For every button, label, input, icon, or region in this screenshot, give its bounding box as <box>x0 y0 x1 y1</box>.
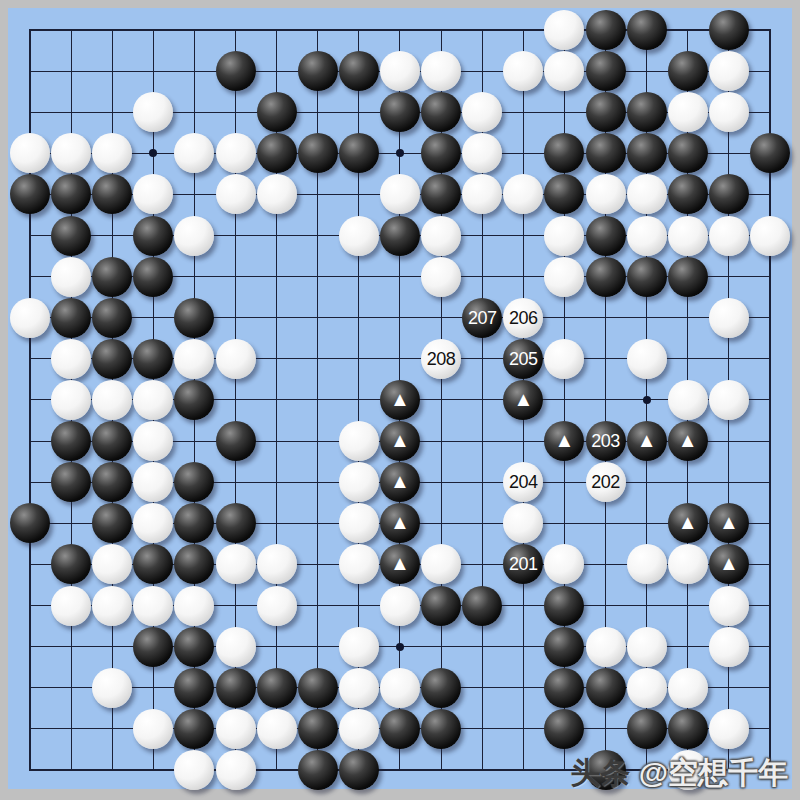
white-stone <box>174 133 214 173</box>
white-stone <box>257 544 297 584</box>
triangle-mark-icon: ▲ <box>555 430 575 450</box>
white-stone <box>544 10 584 50</box>
white-stone <box>216 174 256 214</box>
black-stone <box>298 133 338 173</box>
white-stone <box>668 92 708 132</box>
white-stone <box>380 51 420 91</box>
triangle-mark-icon: ▲ <box>390 512 410 532</box>
white-stone <box>133 421 173 461</box>
white-stone: 204 <box>503 462 543 502</box>
black-stone <box>339 750 379 790</box>
black-stone <box>668 257 708 297</box>
white-stone <box>668 544 708 584</box>
white-stone <box>503 51 543 91</box>
black-stone <box>709 10 749 50</box>
white-stone <box>544 51 584 91</box>
black-stone: 201 <box>503 544 543 584</box>
black-stone <box>298 750 338 790</box>
white-stone <box>10 133 50 173</box>
black-stone <box>51 298 91 338</box>
black-stone: ▲ <box>709 544 749 584</box>
black-stone <box>586 92 626 132</box>
white-stone <box>51 257 91 297</box>
triangle-mark-icon: ▲ <box>390 553 410 573</box>
black-stone <box>380 709 420 749</box>
white-stone <box>339 421 379 461</box>
black-stone <box>462 586 502 626</box>
white-stone <box>133 174 173 214</box>
white-stone <box>339 462 379 502</box>
white-stone <box>339 668 379 708</box>
black-stone <box>51 544 91 584</box>
white-stone: 208 <box>421 339 461 379</box>
go-diagram-screenshot: 207206208205▲▲▲▲203▲▲▲204202▲▲▲▲201▲ 头条 … <box>0 0 800 800</box>
white-stone: 206 <box>503 298 543 338</box>
white-stone <box>133 92 173 132</box>
black-stone <box>92 174 132 214</box>
watermark-site: 头条 <box>570 756 630 789</box>
black-stone: ▲ <box>709 503 749 543</box>
black-stone <box>10 174 50 214</box>
black-stone <box>133 216 173 256</box>
black-stone <box>709 174 749 214</box>
white-stone <box>133 709 173 749</box>
white-stone <box>51 339 91 379</box>
black-stone <box>133 257 173 297</box>
black-stone: 203 <box>586 421 626 461</box>
move-number-label: 204 <box>509 473 538 491</box>
black-stone: ▲ <box>627 421 667 461</box>
black-stone <box>421 668 461 708</box>
black-stone <box>380 92 420 132</box>
black-stone: ▲ <box>668 421 708 461</box>
white-stone <box>339 544 379 584</box>
black-stone <box>92 503 132 543</box>
white-stone <box>216 709 256 749</box>
move-number-label: 206 <box>509 309 538 327</box>
white-stone <box>668 380 708 420</box>
white-stone <box>216 627 256 667</box>
move-number-label: 205 <box>509 350 538 368</box>
white-stone <box>627 627 667 667</box>
white-stone <box>339 709 379 749</box>
white-stone <box>668 216 708 256</box>
black-stone <box>627 257 667 297</box>
white-stone <box>421 51 461 91</box>
white-stone <box>503 503 543 543</box>
move-number-label: 207 <box>468 309 497 327</box>
black-stone <box>51 216 91 256</box>
black-stone: ▲ <box>544 421 584 461</box>
white-stone <box>257 709 297 749</box>
white-stone <box>380 586 420 626</box>
black-stone <box>750 133 790 173</box>
white-stone <box>627 668 667 708</box>
star-point <box>643 396 651 404</box>
white-stone <box>174 750 214 790</box>
black-stone <box>668 51 708 91</box>
black-stone <box>174 709 214 749</box>
black-stone: ▲ <box>380 503 420 543</box>
star-point <box>396 643 404 651</box>
white-stone <box>421 216 461 256</box>
black-stone <box>586 51 626 91</box>
white-stone <box>462 133 502 173</box>
watermark-handle: @空想千年 <box>639 756 788 789</box>
black-stone: ▲ <box>668 503 708 543</box>
black-stone <box>627 709 667 749</box>
black-stone <box>586 257 626 297</box>
triangle-mark-icon: ▲ <box>637 430 657 450</box>
black-stone <box>380 216 420 256</box>
black-stone <box>174 380 214 420</box>
white-stone <box>709 627 749 667</box>
white-stone <box>133 503 173 543</box>
triangle-mark-icon: ▲ <box>719 512 739 532</box>
black-stone <box>216 421 256 461</box>
black-stone <box>544 174 584 214</box>
black-stone <box>216 668 256 708</box>
black-stone <box>298 51 338 91</box>
black-stone <box>421 709 461 749</box>
white-stone <box>709 380 749 420</box>
white-stone <box>627 544 667 584</box>
white-stone <box>709 51 749 91</box>
white-stone <box>668 668 708 708</box>
black-stone <box>586 668 626 708</box>
black-stone <box>544 586 584 626</box>
white-stone <box>51 133 91 173</box>
move-number-label: 203 <box>591 432 620 450</box>
white-stone <box>421 544 461 584</box>
black-stone <box>668 709 708 749</box>
white-stone <box>133 462 173 502</box>
white-stone <box>216 339 256 379</box>
triangle-mark-icon: ▲ <box>678 430 698 450</box>
white-stone <box>92 668 132 708</box>
white-stone <box>257 586 297 626</box>
white-stone <box>92 380 132 420</box>
star-point <box>149 149 157 157</box>
black-stone: ▲ <box>380 421 420 461</box>
black-stone <box>92 421 132 461</box>
move-number-label: 208 <box>427 350 456 368</box>
black-stone: 207 <box>462 298 502 338</box>
white-stone <box>544 216 584 256</box>
black-stone: 205 <box>503 339 543 379</box>
black-stone <box>339 51 379 91</box>
black-stone <box>174 298 214 338</box>
black-stone <box>174 503 214 543</box>
black-stone <box>421 92 461 132</box>
white-stone <box>257 174 297 214</box>
black-stone <box>92 339 132 379</box>
black-stone <box>668 133 708 173</box>
black-stone <box>421 133 461 173</box>
white-stone <box>709 709 749 749</box>
white-stone <box>627 216 667 256</box>
black-stone <box>257 92 297 132</box>
white-stone <box>544 257 584 297</box>
white-stone <box>586 627 626 667</box>
black-stone <box>133 544 173 584</box>
black-stone <box>586 133 626 173</box>
black-stone <box>92 298 132 338</box>
white-stone <box>380 668 420 708</box>
white-stone <box>174 339 214 379</box>
white-stone <box>627 174 667 214</box>
triangle-mark-icon: ▲ <box>513 389 533 409</box>
black-stone <box>51 462 91 502</box>
black-stone <box>627 133 667 173</box>
black-stone <box>339 133 379 173</box>
triangle-mark-icon: ▲ <box>719 553 739 573</box>
black-stone: ▲ <box>503 380 543 420</box>
black-stone <box>257 133 297 173</box>
white-stone <box>92 586 132 626</box>
white-stone <box>92 133 132 173</box>
white-stone <box>462 174 502 214</box>
white-stone <box>133 586 173 626</box>
black-stone <box>421 586 461 626</box>
black-stone <box>298 709 338 749</box>
black-stone: ▲ <box>380 462 420 502</box>
white-stone <box>174 216 214 256</box>
black-stone <box>421 174 461 214</box>
white-stone <box>216 544 256 584</box>
white-stone <box>544 544 584 584</box>
black-stone <box>174 544 214 584</box>
triangle-mark-icon: ▲ <box>390 389 410 409</box>
black-stone <box>586 10 626 50</box>
white-stone <box>709 92 749 132</box>
white-stone <box>709 586 749 626</box>
white-stone <box>133 380 173 420</box>
white-stone: 202 <box>586 462 626 502</box>
star-point <box>396 149 404 157</box>
black-stone <box>51 174 91 214</box>
black-stone <box>298 668 338 708</box>
white-stone <box>462 92 502 132</box>
black-stone <box>216 51 256 91</box>
white-stone <box>51 380 91 420</box>
white-stone <box>51 586 91 626</box>
black-stone <box>133 627 173 667</box>
black-stone <box>668 174 708 214</box>
black-stone <box>544 668 584 708</box>
white-stone <box>709 216 749 256</box>
black-stone: ▲ <box>380 380 420 420</box>
triangle-mark-icon: ▲ <box>390 471 410 491</box>
white-stone <box>380 174 420 214</box>
black-stone <box>627 10 667 50</box>
white-stone <box>503 174 543 214</box>
white-stone <box>339 216 379 256</box>
white-stone <box>10 298 50 338</box>
black-stone <box>174 462 214 502</box>
white-stone <box>339 503 379 543</box>
black-stone <box>174 627 214 667</box>
black-stone <box>10 503 50 543</box>
black-stone <box>133 339 173 379</box>
move-number-label: 202 <box>591 473 620 491</box>
black-stone <box>216 503 256 543</box>
triangle-mark-icon: ▲ <box>678 512 698 532</box>
black-stone <box>544 627 584 667</box>
watermark: 头条 @空想千年 <box>570 753 788 794</box>
black-stone <box>257 668 297 708</box>
white-stone <box>421 257 461 297</box>
black-stone <box>586 216 626 256</box>
black-stone <box>92 257 132 297</box>
white-stone <box>216 133 256 173</box>
black-stone <box>92 462 132 502</box>
white-stone <box>544 339 584 379</box>
black-stone <box>544 133 584 173</box>
black-stone <box>627 92 667 132</box>
white-stone <box>750 216 790 256</box>
move-number-label: 201 <box>509 555 538 573</box>
white-stone <box>627 339 667 379</box>
triangle-mark-icon: ▲ <box>390 430 410 450</box>
white-stone <box>586 174 626 214</box>
black-stone: ▲ <box>380 544 420 584</box>
white-stone <box>339 627 379 667</box>
black-stone <box>51 421 91 461</box>
white-stone <box>216 750 256 790</box>
black-stone <box>544 709 584 749</box>
white-stone <box>174 586 214 626</box>
black-stone <box>174 668 214 708</box>
white-stone <box>709 298 749 338</box>
white-stone <box>92 544 132 584</box>
